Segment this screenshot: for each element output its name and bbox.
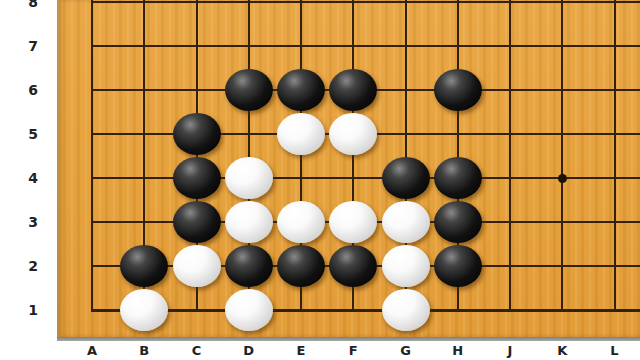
stone-black-C5[interactable] — [173, 113, 221, 155]
stone-white-E3[interactable] — [277, 201, 325, 243]
stone-black-H4[interactable] — [434, 157, 482, 199]
board-layer: 87654321ABCDEFGHJKL — [0, 0, 640, 360]
stone-white-G1[interactable] — [382, 289, 430, 331]
col-label-D: D — [237, 343, 261, 359]
stone-white-F5[interactable] — [329, 113, 377, 155]
grid-line-row-7 — [91, 45, 640, 47]
stone-white-G3[interactable] — [382, 201, 430, 243]
col-label-L: L — [603, 343, 627, 359]
row-label-2: 2 — [16, 257, 50, 275]
stone-black-F2[interactable] — [329, 245, 377, 287]
row-label-3: 3 — [16, 213, 50, 231]
stone-black-G4[interactable] — [382, 157, 430, 199]
stone-black-H6[interactable] — [434, 69, 482, 111]
stone-white-D1[interactable] — [225, 289, 273, 331]
col-label-G: G — [394, 343, 418, 359]
col-label-E: E — [289, 343, 313, 359]
stone-black-D2[interactable] — [225, 245, 273, 287]
row-label-5: 5 — [16, 125, 50, 143]
stone-black-C3[interactable] — [173, 201, 221, 243]
star-point-K4 — [558, 174, 567, 183]
row-label-4: 4 — [16, 169, 50, 187]
grid-line-row-8 — [91, 1, 640, 3]
stone-white-F3[interactable] — [329, 201, 377, 243]
col-label-F: F — [341, 343, 365, 359]
stone-black-E2[interactable] — [277, 245, 325, 287]
stone-black-B2[interactable] — [120, 245, 168, 287]
stone-black-H2[interactable] — [434, 245, 482, 287]
col-label-A: A — [80, 343, 104, 359]
stone-white-G2[interactable] — [382, 245, 430, 287]
row-label-6: 6 — [16, 81, 50, 99]
grid-line-row-1 — [91, 309, 640, 312]
row-label-1: 1 — [16, 301, 50, 319]
col-label-J: J — [498, 343, 522, 359]
stone-black-E6[interactable] — [277, 69, 325, 111]
row-label-8: 8 — [16, 0, 50, 11]
stone-black-D6[interactable] — [225, 69, 273, 111]
col-label-B: B — [132, 343, 156, 359]
stone-white-C2[interactable] — [173, 245, 221, 287]
stone-black-F6[interactable] — [329, 69, 377, 111]
col-label-C: C — [185, 343, 209, 359]
stone-black-H3[interactable] — [434, 201, 482, 243]
stone-white-D4[interactable] — [225, 157, 273, 199]
col-label-K: K — [550, 343, 574, 359]
col-label-H: H — [446, 343, 470, 359]
stone-white-E5[interactable] — [277, 113, 325, 155]
stone-white-B1[interactable] — [120, 289, 168, 331]
stone-white-D3[interactable] — [225, 201, 273, 243]
stone-black-C4[interactable] — [173, 157, 221, 199]
row-label-7: 7 — [16, 37, 50, 55]
go-diagram-screen: 87654321ABCDEFGHJKL — [0, 0, 640, 360]
